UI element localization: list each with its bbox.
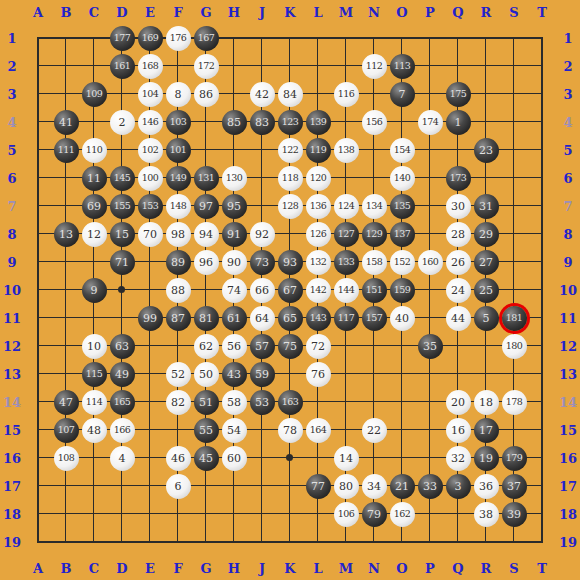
intersection-M13[interactable] [332, 360, 360, 388]
intersection-G4[interactable] [192, 108, 220, 136]
intersection-Q12[interactable] [444, 332, 472, 360]
intersection-A13[interactable] [24, 360, 52, 388]
intersection-R6[interactable] [472, 164, 500, 192]
intersection-G6[interactable]: 131 [192, 164, 220, 192]
intersection-L15[interactable]: 164 [304, 416, 332, 444]
intersection-N6[interactable] [360, 164, 388, 192]
intersection-Q15[interactable]: 16 [444, 416, 472, 444]
intersection-D8[interactable]: 15 [108, 220, 136, 248]
intersection-O2[interactable]: 113 [388, 52, 416, 80]
intersection-J10[interactable]: 66 [248, 276, 276, 304]
intersection-P2[interactable] [416, 52, 444, 80]
intersection-K10[interactable]: 67 [276, 276, 304, 304]
intersection-P15[interactable] [416, 416, 444, 444]
intersection-N3[interactable] [360, 80, 388, 108]
intersection-B5[interactable]: 111 [52, 136, 80, 164]
intersection-K7[interactable]: 128 [276, 192, 304, 220]
intersection-H2[interactable] [220, 52, 248, 80]
intersection-F16[interactable]: 46 [164, 444, 192, 472]
intersection-Q9[interactable]: 26 [444, 248, 472, 276]
intersection-C5[interactable]: 110 [80, 136, 108, 164]
intersection-J8[interactable]: 92 [248, 220, 276, 248]
intersection-H16[interactable]: 60 [220, 444, 248, 472]
intersection-Q3[interactable]: 175 [444, 80, 472, 108]
intersection-P17[interactable]: 33 [416, 472, 444, 500]
intersection-B9[interactable] [52, 248, 80, 276]
intersection-P3[interactable] [416, 80, 444, 108]
intersection-T12[interactable] [528, 332, 556, 360]
intersection-R18[interactable]: 38 [472, 500, 500, 528]
intersection-N9[interactable]: 158 [360, 248, 388, 276]
intersection-H14[interactable]: 58 [220, 388, 248, 416]
intersection-Q19[interactable] [444, 528, 472, 556]
intersection-O4[interactable] [388, 108, 416, 136]
intersection-A10[interactable] [24, 276, 52, 304]
intersection-S6[interactable] [500, 164, 528, 192]
intersection-A1[interactable] [24, 24, 52, 52]
intersection-E9[interactable] [136, 248, 164, 276]
intersection-F18[interactable] [164, 500, 192, 528]
intersection-F5[interactable]: 101 [164, 136, 192, 164]
intersection-M11[interactable]: 117 [332, 304, 360, 332]
intersection-A6[interactable] [24, 164, 52, 192]
intersection-A19[interactable] [24, 528, 52, 556]
intersection-G18[interactable] [192, 500, 220, 528]
intersection-E12[interactable] [136, 332, 164, 360]
intersection-D2[interactable]: 161 [108, 52, 136, 80]
intersection-N8[interactable]: 129 [360, 220, 388, 248]
intersection-T5[interactable] [528, 136, 556, 164]
intersection-J14[interactable]: 53 [248, 388, 276, 416]
intersection-H5[interactable] [220, 136, 248, 164]
intersection-H15[interactable]: 54 [220, 416, 248, 444]
intersection-F9[interactable]: 89 [164, 248, 192, 276]
intersection-O19[interactable] [388, 528, 416, 556]
intersection-H4[interactable]: 85 [220, 108, 248, 136]
intersection-M16[interactable]: 14 [332, 444, 360, 472]
intersection-E16[interactable] [136, 444, 164, 472]
intersection-T1[interactable] [528, 24, 556, 52]
intersection-E2[interactable]: 168 [136, 52, 164, 80]
intersection-O10[interactable]: 159 [388, 276, 416, 304]
intersection-D5[interactable] [108, 136, 136, 164]
intersection-O15[interactable] [388, 416, 416, 444]
intersection-R14[interactable]: 18 [472, 388, 500, 416]
intersection-S10[interactable] [500, 276, 528, 304]
intersection-H13[interactable]: 43 [220, 360, 248, 388]
intersection-G10[interactable] [192, 276, 220, 304]
intersection-P10[interactable] [416, 276, 444, 304]
intersection-G7[interactable]: 97 [192, 192, 220, 220]
intersection-S19[interactable] [500, 528, 528, 556]
intersection-O5[interactable]: 154 [388, 136, 416, 164]
intersection-C2[interactable] [80, 52, 108, 80]
intersection-A7[interactable] [24, 192, 52, 220]
intersection-M10[interactable]: 144 [332, 276, 360, 304]
intersection-C6[interactable]: 11 [80, 164, 108, 192]
intersection-Q8[interactable]: 28 [444, 220, 472, 248]
intersection-H11[interactable]: 61 [220, 304, 248, 332]
intersection-A14[interactable] [24, 388, 52, 416]
intersection-A15[interactable] [24, 416, 52, 444]
intersection-S16[interactable]: 179 [500, 444, 528, 472]
intersection-G15[interactable]: 55 [192, 416, 220, 444]
intersection-G3[interactable]: 86 [192, 80, 220, 108]
intersection-P4[interactable]: 174 [416, 108, 444, 136]
intersection-Q7[interactable]: 30 [444, 192, 472, 220]
intersection-D16[interactable]: 4 [108, 444, 136, 472]
intersection-C7[interactable]: 69 [80, 192, 108, 220]
intersection-M2[interactable] [332, 52, 360, 80]
intersection-T10[interactable] [528, 276, 556, 304]
intersection-C9[interactable] [80, 248, 108, 276]
intersection-S13[interactable] [500, 360, 528, 388]
intersection-M15[interactable] [332, 416, 360, 444]
intersection-B8[interactable]: 13 [52, 220, 80, 248]
intersection-Q16[interactable]: 32 [444, 444, 472, 472]
intersection-F15[interactable] [164, 416, 192, 444]
intersection-M12[interactable] [332, 332, 360, 360]
intersection-J11[interactable]: 64 [248, 304, 276, 332]
intersection-N16[interactable] [360, 444, 388, 472]
intersection-P8[interactable] [416, 220, 444, 248]
intersection-D3[interactable] [108, 80, 136, 108]
intersection-E3[interactable]: 104 [136, 80, 164, 108]
intersection-M18[interactable]: 106 [332, 500, 360, 528]
intersection-D9[interactable]: 71 [108, 248, 136, 276]
intersection-T11[interactable] [528, 304, 556, 332]
intersection-T2[interactable] [528, 52, 556, 80]
intersection-L13[interactable]: 76 [304, 360, 332, 388]
intersection-K16[interactable] [276, 444, 304, 472]
intersection-H17[interactable] [220, 472, 248, 500]
intersection-Q4[interactable]: 1 [444, 108, 472, 136]
intersection-F8[interactable]: 98 [164, 220, 192, 248]
intersection-N18[interactable]: 79 [360, 500, 388, 528]
intersection-N11[interactable]: 157 [360, 304, 388, 332]
intersection-K11[interactable]: 65 [276, 304, 304, 332]
intersection-A18[interactable] [24, 500, 52, 528]
intersection-L2[interactable] [304, 52, 332, 80]
intersection-L7[interactable]: 136 [304, 192, 332, 220]
intersection-S1[interactable] [500, 24, 528, 52]
intersection-M6[interactable] [332, 164, 360, 192]
intersection-Q13[interactable] [444, 360, 472, 388]
intersection-H9[interactable]: 90 [220, 248, 248, 276]
intersection-J5[interactable] [248, 136, 276, 164]
intersection-N7[interactable]: 134 [360, 192, 388, 220]
intersection-H19[interactable] [220, 528, 248, 556]
intersection-H12[interactable]: 56 [220, 332, 248, 360]
intersection-M4[interactable] [332, 108, 360, 136]
intersection-F17[interactable]: 6 [164, 472, 192, 500]
intersection-K8[interactable] [276, 220, 304, 248]
intersection-N14[interactable] [360, 388, 388, 416]
intersection-G11[interactable]: 81 [192, 304, 220, 332]
intersection-F14[interactable]: 82 [164, 388, 192, 416]
intersection-B3[interactable] [52, 80, 80, 108]
intersection-B11[interactable] [52, 304, 80, 332]
intersection-F19[interactable] [164, 528, 192, 556]
intersection-F12[interactable] [164, 332, 192, 360]
intersection-C14[interactable]: 114 [80, 388, 108, 416]
intersection-M3[interactable]: 116 [332, 80, 360, 108]
intersection-R2[interactable] [472, 52, 500, 80]
intersection-O8[interactable]: 137 [388, 220, 416, 248]
intersection-P13[interactable] [416, 360, 444, 388]
intersection-J7[interactable] [248, 192, 276, 220]
intersection-R17[interactable]: 36 [472, 472, 500, 500]
intersection-L14[interactable] [304, 388, 332, 416]
intersection-S2[interactable] [500, 52, 528, 80]
intersection-R10[interactable]: 25 [472, 276, 500, 304]
intersection-N10[interactable]: 151 [360, 276, 388, 304]
intersection-E1[interactable]: 169 [136, 24, 164, 52]
intersection-R15[interactable]: 17 [472, 416, 500, 444]
intersection-J1[interactable] [248, 24, 276, 52]
intersection-N13[interactable] [360, 360, 388, 388]
intersection-G1[interactable]: 167 [192, 24, 220, 52]
intersection-T14[interactable] [528, 388, 556, 416]
intersection-S11[interactable]: 181 [500, 304, 528, 332]
intersection-G14[interactable]: 51 [192, 388, 220, 416]
intersection-B17[interactable] [52, 472, 80, 500]
intersection-P9[interactable]: 160 [416, 248, 444, 276]
intersection-D1[interactable]: 177 [108, 24, 136, 52]
intersection-G13[interactable]: 50 [192, 360, 220, 388]
intersection-R4[interactable] [472, 108, 500, 136]
intersection-C15[interactable]: 48 [80, 416, 108, 444]
intersection-T7[interactable] [528, 192, 556, 220]
intersection-C4[interactable] [80, 108, 108, 136]
intersection-F13[interactable]: 52 [164, 360, 192, 388]
intersection-S12[interactable]: 180 [500, 332, 528, 360]
intersection-F11[interactable]: 87 [164, 304, 192, 332]
intersection-O12[interactable] [388, 332, 416, 360]
intersection-K5[interactable]: 122 [276, 136, 304, 164]
intersection-B7[interactable] [52, 192, 80, 220]
intersection-O3[interactable]: 7 [388, 80, 416, 108]
intersection-P6[interactable] [416, 164, 444, 192]
intersection-J18[interactable] [248, 500, 276, 528]
intersection-M7[interactable]: 124 [332, 192, 360, 220]
intersection-A9[interactable] [24, 248, 52, 276]
intersection-Q11[interactable]: 44 [444, 304, 472, 332]
intersection-Q10[interactable]: 24 [444, 276, 472, 304]
intersection-J12[interactable]: 57 [248, 332, 276, 360]
intersection-M17[interactable]: 80 [332, 472, 360, 500]
intersection-Q17[interactable]: 3 [444, 472, 472, 500]
intersection-T13[interactable] [528, 360, 556, 388]
intersection-D10[interactable] [108, 276, 136, 304]
intersection-E10[interactable] [136, 276, 164, 304]
intersection-C11[interactable] [80, 304, 108, 332]
intersection-K13[interactable] [276, 360, 304, 388]
intersection-D4[interactable]: 2 [108, 108, 136, 136]
intersection-K18[interactable] [276, 500, 304, 528]
intersection-B1[interactable] [52, 24, 80, 52]
intersection-S15[interactable] [500, 416, 528, 444]
intersection-Q2[interactable] [444, 52, 472, 80]
intersection-O7[interactable]: 135 [388, 192, 416, 220]
intersection-D19[interactable] [108, 528, 136, 556]
intersection-D18[interactable] [108, 500, 136, 528]
intersection-A2[interactable] [24, 52, 52, 80]
intersection-R3[interactable] [472, 80, 500, 108]
intersection-C3[interactable]: 109 [80, 80, 108, 108]
intersection-S14[interactable]: 178 [500, 388, 528, 416]
intersection-N15[interactable]: 22 [360, 416, 388, 444]
intersection-L16[interactable] [304, 444, 332, 472]
intersection-L11[interactable]: 143 [304, 304, 332, 332]
intersection-S7[interactable] [500, 192, 528, 220]
intersection-L18[interactable] [304, 500, 332, 528]
intersection-E15[interactable] [136, 416, 164, 444]
intersection-B16[interactable]: 108 [52, 444, 80, 472]
intersection-D7[interactable]: 155 [108, 192, 136, 220]
intersection-J19[interactable] [248, 528, 276, 556]
intersection-J13[interactable]: 59 [248, 360, 276, 388]
intersection-S8[interactable] [500, 220, 528, 248]
intersection-A8[interactable] [24, 220, 52, 248]
intersection-R5[interactable]: 23 [472, 136, 500, 164]
intersection-A5[interactable] [24, 136, 52, 164]
intersection-L9[interactable]: 132 [304, 248, 332, 276]
intersection-E19[interactable] [136, 528, 164, 556]
intersection-Q14[interactable]: 20 [444, 388, 472, 416]
intersection-K12[interactable]: 75 [276, 332, 304, 360]
intersection-R12[interactable] [472, 332, 500, 360]
intersection-A11[interactable] [24, 304, 52, 332]
intersection-Q5[interactable] [444, 136, 472, 164]
intersection-B15[interactable]: 107 [52, 416, 80, 444]
intersection-P18[interactable] [416, 500, 444, 528]
intersection-L4[interactable]: 139 [304, 108, 332, 136]
intersection-B12[interactable] [52, 332, 80, 360]
intersection-D11[interactable] [108, 304, 136, 332]
intersection-B13[interactable] [52, 360, 80, 388]
intersection-B18[interactable] [52, 500, 80, 528]
intersection-N12[interactable] [360, 332, 388, 360]
intersection-T17[interactable] [528, 472, 556, 500]
intersection-E11[interactable]: 99 [136, 304, 164, 332]
intersection-R9[interactable]: 27 [472, 248, 500, 276]
intersection-Q1[interactable] [444, 24, 472, 52]
intersection-P12[interactable]: 35 [416, 332, 444, 360]
intersection-T19[interactable] [528, 528, 556, 556]
intersection-C1[interactable] [80, 24, 108, 52]
intersection-S18[interactable]: 39 [500, 500, 528, 528]
intersection-E17[interactable] [136, 472, 164, 500]
intersection-O9[interactable]: 152 [388, 248, 416, 276]
intersection-G8[interactable]: 94 [192, 220, 220, 248]
intersection-M1[interactable] [332, 24, 360, 52]
intersection-A12[interactable] [24, 332, 52, 360]
intersection-O14[interactable] [388, 388, 416, 416]
intersection-S4[interactable] [500, 108, 528, 136]
intersection-B14[interactable]: 47 [52, 388, 80, 416]
intersection-L17[interactable]: 77 [304, 472, 332, 500]
intersection-C19[interactable] [80, 528, 108, 556]
intersection-E18[interactable] [136, 500, 164, 528]
intersection-T4[interactable] [528, 108, 556, 136]
intersection-R16[interactable]: 19 [472, 444, 500, 472]
intersection-K17[interactable] [276, 472, 304, 500]
intersection-N19[interactable] [360, 528, 388, 556]
intersection-T6[interactable] [528, 164, 556, 192]
intersection-C18[interactable] [80, 500, 108, 528]
intersection-F4[interactable]: 103 [164, 108, 192, 136]
intersection-H6[interactable]: 130 [220, 164, 248, 192]
intersection-K4[interactable]: 123 [276, 108, 304, 136]
intersection-N5[interactable] [360, 136, 388, 164]
intersection-A16[interactable] [24, 444, 52, 472]
intersection-P5[interactable] [416, 136, 444, 164]
intersection-F1[interactable]: 176 [164, 24, 192, 52]
intersection-L1[interactable] [304, 24, 332, 52]
intersection-D15[interactable]: 166 [108, 416, 136, 444]
intersection-S5[interactable] [500, 136, 528, 164]
intersection-O17[interactable]: 21 [388, 472, 416, 500]
intersection-E8[interactable]: 70 [136, 220, 164, 248]
intersection-M14[interactable] [332, 388, 360, 416]
intersection-G16[interactable]: 45 [192, 444, 220, 472]
intersection-Q18[interactable] [444, 500, 472, 528]
intersection-R1[interactable] [472, 24, 500, 52]
intersection-F7[interactable]: 148 [164, 192, 192, 220]
intersection-K14[interactable]: 163 [276, 388, 304, 416]
intersection-D12[interactable]: 63 [108, 332, 136, 360]
intersection-L12[interactable]: 72 [304, 332, 332, 360]
intersection-P1[interactable] [416, 24, 444, 52]
intersection-E7[interactable]: 153 [136, 192, 164, 220]
intersection-P14[interactable] [416, 388, 444, 416]
intersection-A4[interactable] [24, 108, 52, 136]
intersection-H1[interactable] [220, 24, 248, 52]
intersection-C13[interactable]: 115 [80, 360, 108, 388]
intersection-G2[interactable]: 172 [192, 52, 220, 80]
intersection-E13[interactable] [136, 360, 164, 388]
intersection-R11[interactable]: 5 [472, 304, 500, 332]
intersection-O18[interactable]: 162 [388, 500, 416, 528]
intersection-F10[interactable]: 88 [164, 276, 192, 304]
intersection-J2[interactable] [248, 52, 276, 80]
intersection-T3[interactable] [528, 80, 556, 108]
intersection-L6[interactable]: 120 [304, 164, 332, 192]
intersection-A3[interactable] [24, 80, 52, 108]
intersection-K9[interactable]: 93 [276, 248, 304, 276]
intersection-N2[interactable]: 112 [360, 52, 388, 80]
intersection-O1[interactable] [388, 24, 416, 52]
intersection-R7[interactable]: 31 [472, 192, 500, 220]
intersection-M9[interactable]: 133 [332, 248, 360, 276]
intersection-M5[interactable]: 138 [332, 136, 360, 164]
intersection-C16[interactable] [80, 444, 108, 472]
intersection-E6[interactable]: 100 [136, 164, 164, 192]
intersection-O16[interactable] [388, 444, 416, 472]
intersection-E4[interactable]: 146 [136, 108, 164, 136]
intersection-G5[interactable] [192, 136, 220, 164]
intersection-M8[interactable]: 127 [332, 220, 360, 248]
intersection-S3[interactable] [500, 80, 528, 108]
intersection-L8[interactable]: 126 [304, 220, 332, 248]
intersection-H3[interactable] [220, 80, 248, 108]
intersection-D14[interactable]: 165 [108, 388, 136, 416]
intersection-P19[interactable] [416, 528, 444, 556]
intersection-L19[interactable] [304, 528, 332, 556]
intersection-Q6[interactable]: 173 [444, 164, 472, 192]
intersection-B19[interactable] [52, 528, 80, 556]
